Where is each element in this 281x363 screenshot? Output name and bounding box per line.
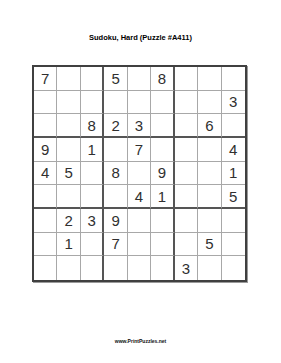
cell-r8c8: 5 bbox=[198, 233, 221, 257]
cell-r3c1[interactable] bbox=[34, 114, 57, 138]
cell-r9c2[interactable] bbox=[57, 256, 80, 280]
footer-url: www.PrintPuzzles.net bbox=[0, 337, 281, 345]
cell-r1c8[interactable] bbox=[198, 67, 221, 91]
cell-r1c1: 7 bbox=[34, 67, 57, 91]
cell-r3c6[interactable] bbox=[151, 114, 174, 138]
cell-r5c9: 1 bbox=[222, 162, 245, 186]
cell-r1c6: 8 bbox=[151, 67, 174, 91]
cell-r4c1: 9 bbox=[34, 138, 57, 162]
cell-r4c4[interactable] bbox=[104, 138, 127, 162]
puzzle-title: Sudoku, Hard (Puzzle #A411) bbox=[0, 33, 281, 43]
cell-r1c2[interactable] bbox=[57, 67, 80, 91]
cell-r8c2: 1 bbox=[57, 233, 80, 257]
cell-r6c6: 1 bbox=[151, 185, 174, 209]
cell-r5c2: 5 bbox=[57, 162, 80, 186]
cell-r2c2[interactable] bbox=[57, 91, 80, 115]
cell-r1c9[interactable] bbox=[222, 67, 245, 91]
cell-r7c2: 2 bbox=[57, 209, 80, 233]
cell-r5c4: 8 bbox=[104, 162, 127, 186]
cell-r2c4[interactable] bbox=[104, 91, 127, 115]
cell-r9c6[interactable] bbox=[151, 256, 174, 280]
cell-r6c2[interactable] bbox=[57, 185, 80, 209]
cell-r3c4: 2 bbox=[104, 114, 127, 138]
cell-r9c9[interactable] bbox=[222, 256, 245, 280]
cell-r8c4: 7 bbox=[104, 233, 127, 257]
cell-r4c3: 1 bbox=[81, 138, 104, 162]
cell-r9c1[interactable] bbox=[34, 256, 57, 280]
cell-r5c8[interactable] bbox=[198, 162, 221, 186]
cell-r3c9[interactable] bbox=[222, 114, 245, 138]
cell-r3c7[interactable] bbox=[175, 114, 198, 138]
cell-r1c4: 5 bbox=[104, 67, 127, 91]
cell-r7c8[interactable] bbox=[198, 209, 221, 233]
cell-r9c3[interactable] bbox=[81, 256, 104, 280]
cell-r1c3[interactable] bbox=[81, 67, 104, 91]
cell-r7c6[interactable] bbox=[151, 209, 174, 233]
printable-puzzle-page: Sudoku, Hard (Puzzle #A411) 758382369174… bbox=[0, 0, 281, 363]
cell-r7c5[interactable] bbox=[128, 209, 151, 233]
cell-r3c2[interactable] bbox=[57, 114, 80, 138]
cell-r8c1[interactable] bbox=[34, 233, 57, 257]
cell-r7c1[interactable] bbox=[34, 209, 57, 233]
cell-r2c1[interactable] bbox=[34, 91, 57, 115]
cell-r2c7[interactable] bbox=[175, 91, 198, 115]
cell-r2c5[interactable] bbox=[128, 91, 151, 115]
cell-r4c9: 4 bbox=[222, 138, 245, 162]
cell-r6c3[interactable] bbox=[81, 185, 104, 209]
cell-r8c5[interactable] bbox=[128, 233, 151, 257]
cell-r2c6[interactable] bbox=[151, 91, 174, 115]
cell-r8c3[interactable] bbox=[81, 233, 104, 257]
cell-r9c8[interactable] bbox=[198, 256, 221, 280]
cell-r6c8[interactable] bbox=[198, 185, 221, 209]
sudoku-board: 758382369174458914152391753 bbox=[32, 65, 247, 282]
cell-r4c6[interactable] bbox=[151, 138, 174, 162]
cell-r6c1[interactable] bbox=[34, 185, 57, 209]
cell-r4c7[interactable] bbox=[175, 138, 198, 162]
cell-r9c7: 3 bbox=[175, 256, 198, 280]
cell-r4c5: 7 bbox=[128, 138, 151, 162]
cell-r3c8: 6 bbox=[198, 114, 221, 138]
cell-r3c5: 3 bbox=[128, 114, 151, 138]
cell-r1c5[interactable] bbox=[128, 67, 151, 91]
cell-r4c2[interactable] bbox=[57, 138, 80, 162]
cell-r6c4[interactable] bbox=[104, 185, 127, 209]
cell-r7c7[interactable] bbox=[175, 209, 198, 233]
cell-r5c1: 4 bbox=[34, 162, 57, 186]
cell-r2c8[interactable] bbox=[198, 91, 221, 115]
cell-r5c6: 9 bbox=[151, 162, 174, 186]
cell-r5c7[interactable] bbox=[175, 162, 198, 186]
cell-r8c9[interactable] bbox=[222, 233, 245, 257]
cell-r7c3: 3 bbox=[81, 209, 104, 233]
cell-r5c3[interactable] bbox=[81, 162, 104, 186]
cell-r6c7[interactable] bbox=[175, 185, 198, 209]
cell-r4c8[interactable] bbox=[198, 138, 221, 162]
cell-r8c7[interactable] bbox=[175, 233, 198, 257]
cell-r3c3: 8 bbox=[81, 114, 104, 138]
cell-r6c5: 4 bbox=[128, 185, 151, 209]
cell-r2c9: 3 bbox=[222, 91, 245, 115]
cell-r7c4: 9 bbox=[104, 209, 127, 233]
cell-r1c7[interactable] bbox=[175, 67, 198, 91]
cell-r7c9[interactable] bbox=[222, 209, 245, 233]
cell-r9c5[interactable] bbox=[128, 256, 151, 280]
cell-r8c6[interactable] bbox=[151, 233, 174, 257]
cell-r5c5[interactable] bbox=[128, 162, 151, 186]
cell-r2c3[interactable] bbox=[81, 91, 104, 115]
cell-r9c4[interactable] bbox=[104, 256, 127, 280]
cell-r6c9: 5 bbox=[222, 185, 245, 209]
